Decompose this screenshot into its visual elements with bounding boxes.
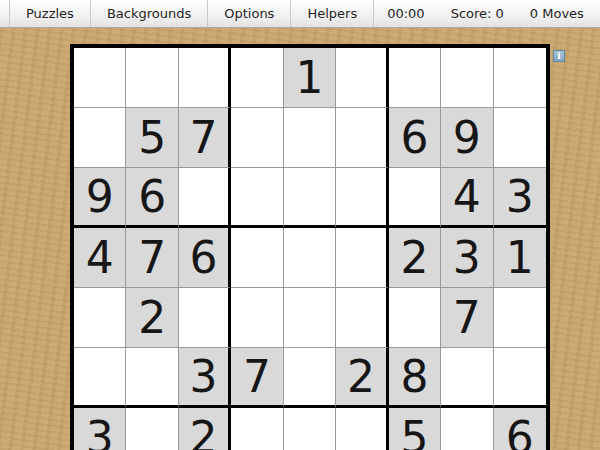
cell-r7c7[interactable]: 5 [389,408,441,450]
cell-r3c3[interactable] [179,168,231,228]
cell-r3c7[interactable] [389,168,441,228]
cell-r2c9[interactable] [494,108,546,168]
cell-r3c4[interactable] [231,168,283,228]
cell-r5c8[interactable]: 7 [441,288,493,348]
cell-r3c5[interactable] [284,168,336,228]
cell-r1c9[interactable] [494,48,546,108]
cell-r2c3[interactable]: 7 [179,108,231,168]
cell-r1c5[interactable]: 1 [284,48,336,108]
cell-r2c1[interactable] [74,108,126,168]
cell-r4c9[interactable]: 1 [494,228,546,288]
cell-r1c7[interactable] [389,48,441,108]
cell-r1c1[interactable] [74,48,126,108]
cell-r6c7[interactable]: 8 [389,348,441,408]
cell-r6c2[interactable] [126,348,178,408]
cell-r1c4[interactable] [231,48,283,108]
cell-r4c3[interactable]: 6 [179,228,231,288]
cell-r5c6[interactable] [336,288,388,348]
cell-r7c5[interactable] [284,408,336,450]
timer-display: 00:00 [374,0,437,27]
cell-r6c1[interactable] [74,348,126,408]
sudoku-board: 1576996434762312737283256 [70,44,550,450]
cell-r7c9[interactable]: 6 [494,408,546,450]
cell-r3c6[interactable] [336,168,388,228]
info-icon[interactable]: i [553,50,565,62]
menu-item-backgrounds[interactable]: Backgrounds [90,0,207,27]
cell-r4c4[interactable] [231,228,283,288]
cell-r4c5[interactable] [284,228,336,288]
cell-r3c9[interactable]: 3 [494,168,546,228]
cell-r2c2[interactable]: 5 [126,108,178,168]
menu-item-helpers[interactable]: Helpers [290,0,374,27]
cell-r2c7[interactable]: 6 [389,108,441,168]
cell-r5c4[interactable] [231,288,283,348]
cell-r6c6[interactable]: 2 [336,348,388,408]
cell-r6c4[interactable]: 7 [231,348,283,408]
moves-display: 0 Moves [517,0,597,27]
cell-r5c3[interactable] [179,288,231,348]
cell-r5c5[interactable] [284,288,336,348]
menu-item-puzzles[interactable]: Puzzles [9,0,90,27]
score-display: Score: 0 [438,0,517,27]
cell-r5c1[interactable] [74,288,126,348]
cell-r3c8[interactable]: 4 [441,168,493,228]
cell-r2c6[interactable] [336,108,388,168]
cell-r1c2[interactable] [126,48,178,108]
cell-r7c6[interactable] [336,408,388,450]
cell-r4c7[interactable]: 2 [389,228,441,288]
cell-r4c1[interactable]: 4 [74,228,126,288]
cell-r5c7[interactable] [389,288,441,348]
cell-r6c5[interactable] [284,348,336,408]
cell-r2c5[interactable] [284,108,336,168]
cell-r6c3[interactable]: 3 [179,348,231,408]
cell-r7c8[interactable] [441,408,493,450]
cell-r7c4[interactable] [231,408,283,450]
cell-r7c2[interactable] [126,408,178,450]
cell-r6c8[interactable] [441,348,493,408]
cell-r1c8[interactable] [441,48,493,108]
cell-r1c3[interactable] [179,48,231,108]
cell-r4c6[interactable] [336,228,388,288]
cell-r2c8[interactable]: 9 [441,108,493,168]
cell-r7c1[interactable]: 3 [74,408,126,450]
cell-r7c3[interactable]: 2 [179,408,231,450]
cell-r2c4[interactable] [231,108,283,168]
menu-item-options[interactable]: Options [207,0,290,27]
cell-r3c2[interactable]: 6 [126,168,178,228]
cell-r4c8[interactable]: 3 [441,228,493,288]
cell-r1c6[interactable] [336,48,388,108]
cell-r6c9[interactable] [494,348,546,408]
cell-r4c2[interactable]: 7 [126,228,178,288]
cell-r3c1[interactable]: 9 [74,168,126,228]
sudoku-grid: 1576996434762312737283256 [74,48,546,450]
cell-r5c2[interactable]: 2 [126,288,178,348]
menu-bar: Puzzles Backgrounds Options Helpers 00:0… [0,0,600,28]
cell-r5c9[interactable] [494,288,546,348]
